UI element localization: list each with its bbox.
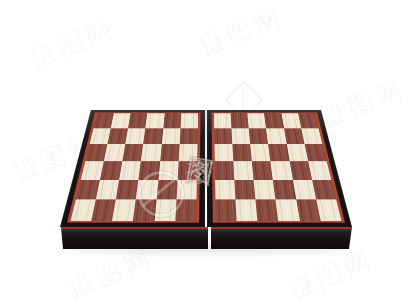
square (146, 113, 165, 128)
square (316, 200, 341, 221)
square (215, 180, 235, 200)
square (119, 161, 141, 179)
square (232, 128, 251, 144)
square (254, 180, 276, 200)
square (215, 161, 235, 179)
square (163, 113, 181, 128)
square (298, 113, 318, 128)
square (112, 200, 136, 221)
square (128, 113, 147, 128)
box-side-right (211, 227, 352, 249)
square (141, 144, 161, 161)
square (216, 200, 237, 221)
square (301, 128, 322, 144)
square (126, 128, 146, 144)
square (256, 200, 279, 221)
square (233, 161, 253, 179)
square (144, 128, 164, 144)
square (250, 144, 270, 161)
square (312, 180, 336, 200)
box-side-left (61, 227, 208, 249)
square (160, 144, 180, 161)
square (304, 144, 326, 161)
board-grid-right (214, 113, 342, 221)
square (180, 113, 198, 128)
square (214, 113, 232, 128)
square (162, 128, 181, 144)
square (123, 144, 144, 161)
red-trim-right (212, 112, 345, 222)
square (116, 180, 139, 200)
square (234, 180, 255, 200)
square (308, 161, 331, 179)
board-half-right (207, 110, 352, 227)
square (232, 144, 252, 161)
square (249, 128, 268, 144)
square (231, 113, 249, 128)
square (252, 161, 273, 179)
square (236, 200, 258, 221)
square (248, 113, 267, 128)
